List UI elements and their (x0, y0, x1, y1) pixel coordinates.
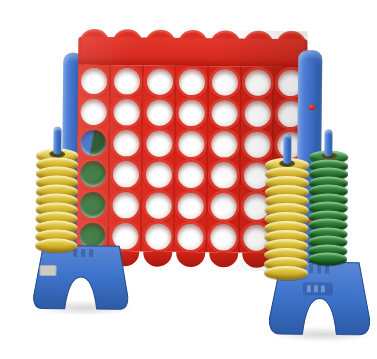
cell-r2c4[interactable] (176, 97, 209, 128)
hole (113, 161, 139, 187)
cell-r3c2[interactable] (110, 127, 143, 158)
cell-r3c3[interactable] (143, 128, 176, 159)
cell-r3c4[interactable] (175, 128, 208, 159)
storage-peg (324, 129, 332, 156)
green-disc[interactable] (308, 252, 347, 265)
cell-r4c2[interactable] (110, 158, 143, 189)
storage-peg (283, 134, 291, 164)
hole (146, 130, 172, 156)
cell-r1c1[interactable] (78, 65, 111, 96)
hole (145, 192, 171, 218)
leg-label-sticker (40, 265, 56, 275)
cell-r3c6[interactable] (241, 129, 274, 160)
cell-r1c2[interactable] (111, 65, 144, 96)
disc-pile (264, 158, 309, 280)
hole (245, 69, 271, 95)
hole (212, 69, 238, 95)
hole (244, 131, 270, 157)
hole (81, 129, 107, 155)
bottom-scallop (209, 252, 238, 267)
product-photo-scene (0, 0, 377, 359)
disc-pile (35, 148, 78, 252)
cell-r4c4[interactable] (175, 159, 208, 190)
cell-r4c1[interactable] (77, 158, 110, 189)
post-knob-icon (309, 104, 315, 110)
cell-r5c4[interactable] (175, 190, 208, 221)
disc-stack-left-yellow[interactable] (35, 148, 78, 252)
hole (212, 100, 238, 126)
cell-r5c3[interactable] (142, 190, 175, 221)
hole (146, 161, 172, 187)
hole (178, 223, 204, 249)
hole (81, 98, 107, 124)
hole (179, 99, 205, 125)
board-top-band (78, 37, 307, 67)
hole (178, 192, 204, 218)
cell-r5c2[interactable] (109, 189, 142, 220)
hole (80, 160, 106, 186)
cell-r1c5[interactable] (209, 66, 242, 97)
disc-pile (308, 150, 348, 265)
cell-r5c1[interactable] (77, 189, 110, 220)
disc-stack-right-yellow[interactable] (264, 158, 309, 280)
hole (80, 191, 106, 217)
cell-r1c3[interactable] (143, 66, 176, 97)
storage-peg (53, 127, 61, 155)
cell-r5c5[interactable] (207, 190, 240, 221)
bottom-scallop (143, 252, 172, 267)
cell-r1c4[interactable] (176, 66, 209, 97)
cell-r6c5[interactable] (207, 221, 240, 252)
cell-r3c1[interactable] (77, 127, 110, 158)
cell-r6c4[interactable] (174, 221, 207, 252)
disc-stack-right-green[interactable] (308, 150, 348, 265)
cell-r2c6[interactable] (241, 98, 274, 129)
cell-r2c1[interactable] (78, 96, 111, 127)
cell-r6c3[interactable] (142, 221, 175, 252)
hole (178, 161, 204, 187)
hole (244, 100, 270, 126)
connect-four-unit (0, 0, 377, 359)
hole (145, 223, 171, 249)
hole (211, 162, 237, 188)
hole (211, 193, 237, 219)
hole (81, 67, 107, 93)
yellow-disc[interactable] (264, 266, 308, 280)
hole (113, 192, 139, 218)
hole (211, 131, 237, 157)
cell-r1c6[interactable] (241, 67, 274, 98)
hole (114, 68, 140, 94)
cell-r4c3[interactable] (142, 159, 175, 190)
cell-r2c3[interactable] (143, 97, 176, 128)
cell-r4c5[interactable] (208, 159, 241, 190)
hole (146, 99, 172, 125)
cell-r3c5[interactable] (208, 128, 241, 159)
hole (179, 130, 205, 156)
hole (147, 68, 173, 94)
hole (179, 68, 205, 94)
hole (113, 130, 139, 156)
bottom-scallop (176, 252, 205, 267)
cell-r2c2[interactable] (110, 96, 143, 127)
hole (210, 224, 236, 250)
yellow-disc[interactable] (35, 238, 77, 252)
hole (114, 99, 140, 125)
cell-r2c5[interactable] (208, 97, 241, 128)
left-leg (33, 243, 130, 311)
